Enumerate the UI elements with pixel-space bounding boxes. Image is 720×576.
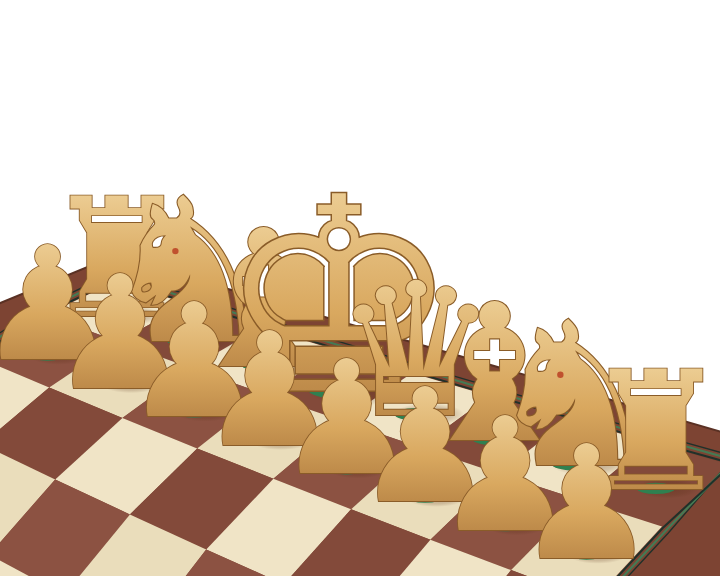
piece-white-pawn-a2[interactable]: ♟ xyxy=(516,412,657,576)
chess-board-scene: ♜♞♝♚♛♝♞♜♟♟♟♟♟♟♟♟ xyxy=(0,0,720,576)
knight-eye-accent xyxy=(557,372,563,378)
chess-set-photo: ♜♞♝♚♛♝♞♜♟♟♟♟♟♟♟♟ xyxy=(0,0,720,576)
